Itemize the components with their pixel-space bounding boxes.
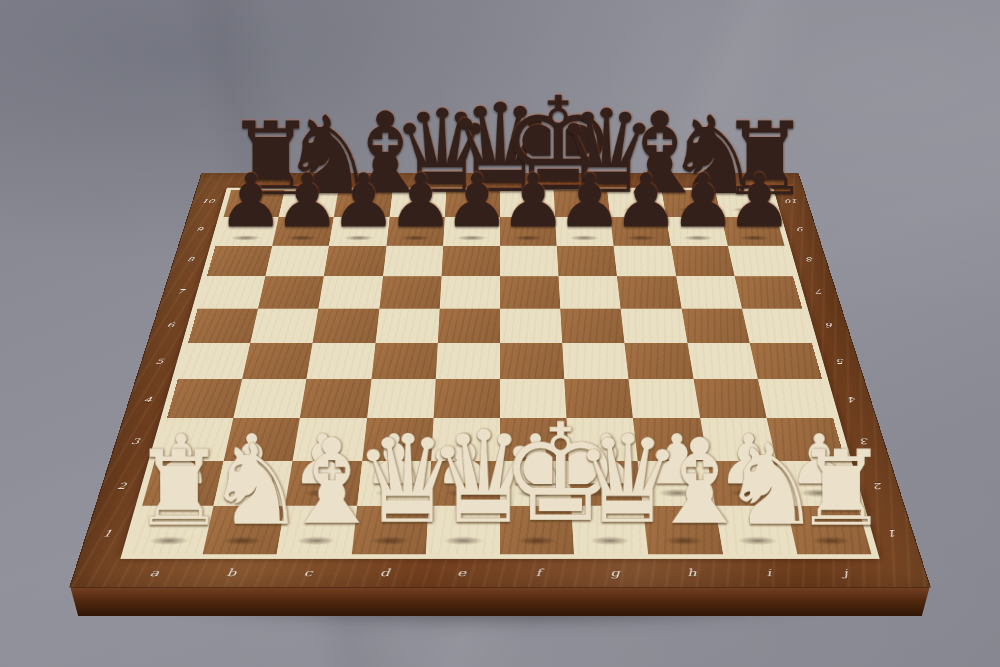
file-label-e: e: [423, 563, 500, 583]
piece-white-queen-e1[interactable]: ♛: [426, 414, 500, 541]
square-e8[interactable]: [441, 246, 500, 276]
file-label-h: h: [652, 563, 732, 583]
square-g1[interactable]: ♛: [572, 506, 649, 554]
square-c7[interactable]: [319, 276, 383, 308]
square-g9[interactable]: ♟: [555, 217, 614, 246]
piece-white-knight-i1[interactable]: ♞: [721, 429, 795, 541]
piece-black-pawn-h9[interactable]: ♟: [613, 164, 669, 238]
piece-black-pawn-d9[interactable]: ♟: [387, 164, 443, 238]
square-i6[interactable]: [681, 309, 749, 343]
piece-black-pawn-j9[interactable]: ♟: [726, 164, 782, 238]
piece-black-pawn-a9[interactable]: ♟: [218, 164, 274, 238]
square-j6[interactable]: [742, 309, 812, 343]
square-f7[interactable]: [500, 276, 560, 308]
square-a5[interactable]: [178, 343, 251, 380]
piece-white-king-f1[interactable]: ♚: [500, 406, 574, 541]
file-label-j: j: [805, 563, 887, 583]
square-a7[interactable]: [198, 276, 266, 308]
file-label-f: f: [500, 563, 577, 583]
square-j1[interactable]: ♜: [786, 506, 871, 554]
square-i8[interactable]: [671, 246, 735, 276]
file-label-a: a: [113, 563, 195, 583]
square-g8[interactable]: [557, 246, 617, 276]
piece-black-pawn-i9[interactable]: ♟: [669, 164, 725, 238]
file-label-c: c: [268, 563, 348, 583]
square-c9[interactable]: ♟: [329, 217, 389, 246]
piece-white-vizier-g1[interactable]: ♛: [574, 420, 648, 542]
square-a9[interactable]: ♟: [215, 217, 278, 246]
scene: ♜♞♝♛♛♚♛♝♞♜♟♟♟♟♟♟♟♟♟♟♟♟♟♟♟♟♟♟♟♟♜♞♝♛♛♚♛♝♞♜…: [0, 0, 1000, 667]
board-side-edge: [66, 587, 934, 616]
square-d6[interactable]: [375, 309, 439, 343]
square-f8[interactable]: [500, 246, 559, 276]
square-a6[interactable]: [188, 309, 258, 343]
square-a1[interactable]: ♜: [129, 506, 214, 554]
square-h5[interactable]: [625, 343, 694, 380]
square-f5[interactable]: [500, 343, 564, 380]
square-d5[interactable]: [371, 343, 438, 380]
file-label-b: b: [191, 563, 272, 583]
square-e6[interactable]: [438, 309, 500, 343]
square-i7[interactable]: [676, 276, 742, 308]
square-j8[interactable]: [728, 246, 793, 276]
square-e9[interactable]: ♟: [443, 217, 500, 246]
square-i1[interactable]: ♞: [715, 506, 797, 554]
square-h9[interactable]: ♟: [611, 217, 671, 246]
square-h7[interactable]: [617, 276, 681, 308]
chess-board: ♜♞♝♛♛♚♛♝♞♜♟♟♟♟♟♟♟♟♟♟♟♟♟♟♟♟♟♟♟♟♜♞♝♛♛♚♛♝♞♜…: [69, 173, 931, 588]
piece-white-bishop-h1[interactable]: ♝: [647, 423, 721, 541]
square-c5[interactable]: [307, 343, 376, 380]
square-j5[interactable]: [750, 343, 823, 380]
square-f9[interactable]: ♟: [500, 217, 557, 246]
file-label-i: i: [728, 563, 809, 583]
piece-white-knight-b1[interactable]: ♞: [206, 429, 280, 541]
squares-grid: ♜♞♝♛♛♚♛♝♞♜♟♟♟♟♟♟♟♟♟♟♟♟♟♟♟♟♟♟♟♟♜♞♝♛♛♚♛♝♞♜: [129, 190, 872, 554]
square-b5[interactable]: [242, 343, 313, 380]
file-label-d: d: [345, 563, 423, 583]
square-d8[interactable]: [383, 246, 443, 276]
piece-black-pawn-g9[interactable]: ♟: [556, 164, 612, 238]
square-g7[interactable]: [559, 276, 621, 308]
square-h8[interactable]: [614, 246, 676, 276]
square-a8[interactable]: [207, 246, 272, 276]
square-e7[interactable]: [440, 276, 500, 308]
square-g5[interactable]: [562, 343, 629, 380]
square-b6[interactable]: [250, 309, 318, 343]
square-d1[interactable]: ♛: [351, 506, 428, 554]
square-j4[interactable]: [758, 380, 833, 419]
square-b9[interactable]: ♟: [272, 217, 334, 246]
square-h1[interactable]: ♝: [643, 506, 723, 554]
piece-black-pawn-f9[interactable]: ♟: [500, 164, 556, 238]
square-h6[interactable]: [621, 309, 687, 343]
square-d7[interactable]: [379, 276, 441, 308]
piece-white-bishop-c1[interactable]: ♝: [279, 423, 353, 541]
square-d9[interactable]: ♟: [386, 217, 445, 246]
square-c6[interactable]: [313, 309, 379, 343]
piece-black-pawn-c9[interactable]: ♟: [331, 164, 387, 238]
square-c8[interactable]: [324, 246, 386, 276]
square-i5[interactable]: [687, 343, 758, 380]
piece-black-pawn-b9[interactable]: ♟: [274, 164, 330, 238]
square-e1[interactable]: ♛: [426, 506, 500, 554]
square-b7[interactable]: [258, 276, 324, 308]
file-label-g: g: [576, 563, 654, 583]
square-a4[interactable]: [167, 380, 242, 419]
piece-white-rook-a1[interactable]: ♜: [132, 437, 206, 541]
square-c1[interactable]: ♝: [277, 506, 357, 554]
board-playfield: ♜♞♝♛♛♚♛♝♞♜♟♟♟♟♟♟♟♟♟♟♟♟♟♟♟♟♟♟♟♟♜♞♝♛♛♚♛♝♞♜: [120, 188, 879, 559]
square-f1[interactable]: ♚: [500, 506, 574, 554]
piece-black-pawn-e9[interactable]: ♟: [444, 164, 500, 238]
piece-white-vizier-d1[interactable]: ♛: [353, 420, 427, 542]
square-b1[interactable]: ♞: [203, 506, 285, 554]
square-f6[interactable]: [500, 309, 562, 343]
piece-white-rook-j1[interactable]: ♜: [794, 437, 868, 541]
square-b8[interactable]: [265, 246, 329, 276]
square-e5[interactable]: [436, 343, 500, 380]
square-g6[interactable]: [560, 309, 624, 343]
square-j7[interactable]: [735, 276, 803, 308]
file-labels: abcdefghij: [113, 563, 886, 583]
square-j9[interactable]: ♟: [721, 217, 784, 246]
square-i9[interactable]: ♟: [666, 217, 728, 246]
